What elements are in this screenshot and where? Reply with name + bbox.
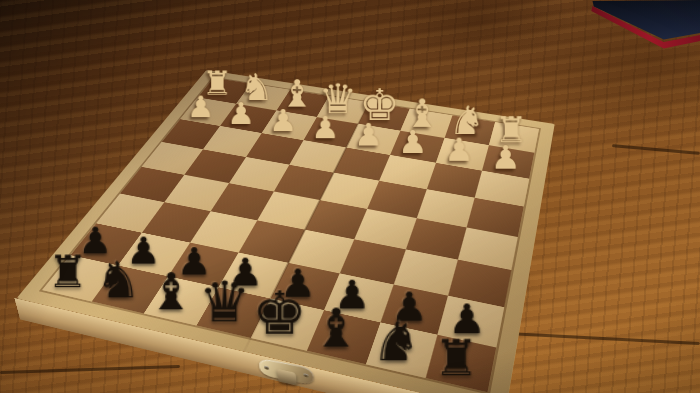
white-pawn: ♟ bbox=[187, 92, 215, 122]
board-perspective-scene: ♜♞♝♛♚♝♞♜♟♟♟♟♟♟♟♟♟♟♟♟♟♟♟♟♜♞♝♛♚♝♞♜ bbox=[120, 0, 520, 393]
white-pawn: ♟ bbox=[399, 126, 428, 157]
white-pawn: ♟ bbox=[490, 141, 520, 173]
white-pawn: ♟ bbox=[444, 133, 474, 165]
black-rook: ♜ bbox=[48, 250, 90, 294]
white-pawn: ♟ bbox=[354, 119, 383, 150]
white-pawn: ♟ bbox=[269, 105, 297, 135]
board-square: ♟ bbox=[261, 111, 316, 140]
black-king: ♚ bbox=[252, 283, 307, 343]
photo-scene: ♜♞♝♛♚♝♞♜♟♟♟♟♟♟♟♟♟♟♟♟♟♟♟♟♜♞♝♛♚♝♞♜ bbox=[0, 0, 700, 393]
black-bishop: ♝ bbox=[147, 267, 194, 318]
white-pawn: ♟ bbox=[311, 112, 340, 143]
metal-clasp-icon bbox=[258, 358, 314, 385]
white-pawn: ♟ bbox=[227, 98, 255, 128]
black-queen: ♛ bbox=[198, 274, 250, 330]
black-rook: ♜ bbox=[434, 333, 480, 383]
black-bishop: ♝ bbox=[312, 303, 361, 356]
black-knight: ♞ bbox=[371, 315, 421, 369]
black-knight: ♞ bbox=[96, 256, 142, 306]
board-square: ♟ bbox=[303, 117, 358, 147]
board-square: ♜ bbox=[425, 335, 496, 393]
board-square bbox=[354, 209, 416, 250]
